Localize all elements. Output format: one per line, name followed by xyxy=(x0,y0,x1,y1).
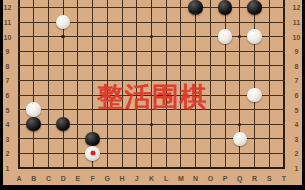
column-label: K xyxy=(149,175,154,182)
column-label: O xyxy=(208,175,213,182)
column-label: T xyxy=(282,175,286,182)
row-label-left: 12 xyxy=(4,4,12,11)
column-label: B xyxy=(31,175,36,182)
row-label-left: 6 xyxy=(6,92,10,99)
grid-line-horizontal xyxy=(18,153,285,154)
star-point xyxy=(238,35,241,38)
row-label-left: 11 xyxy=(4,19,11,26)
star-point xyxy=(61,35,64,38)
column-label: C xyxy=(46,175,51,182)
column-label: L xyxy=(164,175,168,182)
grid-line-vertical xyxy=(269,0,270,169)
grid-line-horizontal xyxy=(18,65,285,66)
video-frame: ABCDEFGHJKLMNOPQRST123456789101112123456… xyxy=(0,0,305,190)
row-label-left: 8 xyxy=(6,62,10,69)
stone-white xyxy=(56,15,71,30)
stone-black xyxy=(85,132,100,147)
column-label: H xyxy=(120,175,125,182)
grid-line-vertical xyxy=(283,0,285,169)
grid-line-vertical xyxy=(254,0,255,169)
column-label: Q xyxy=(237,175,242,182)
watermark-text: 整活围棋 xyxy=(97,79,207,115)
column-label: R xyxy=(252,175,257,182)
row-label-right: 4 xyxy=(295,121,299,128)
column-label: J xyxy=(135,175,139,182)
column-label: D xyxy=(61,175,66,182)
column-label: S xyxy=(267,175,272,182)
stone-black xyxy=(218,0,233,15)
row-label-left: 5 xyxy=(6,106,10,113)
row-label-left: 4 xyxy=(6,121,10,128)
grid-line-vertical xyxy=(33,0,34,169)
grid-line-horizontal xyxy=(18,7,285,8)
grid-line-vertical xyxy=(77,0,78,169)
stone-black xyxy=(56,117,71,132)
stone-white xyxy=(85,146,100,161)
grid-line-vertical xyxy=(225,0,226,169)
row-label-right: 3 xyxy=(295,135,299,142)
row-label-left: 1 xyxy=(6,165,10,172)
grid-line-horizontal xyxy=(18,51,285,52)
row-label-left: 2 xyxy=(6,150,10,157)
column-label: N xyxy=(193,175,198,182)
stone-white xyxy=(26,102,41,117)
row-label-right: 10 xyxy=(293,33,301,40)
stone-white xyxy=(218,29,233,44)
stone-white xyxy=(247,88,262,103)
row-label-left: 10 xyxy=(4,33,12,40)
row-label-left: 7 xyxy=(6,77,10,84)
last-move-marker xyxy=(90,151,95,156)
row-label-right: 2 xyxy=(295,150,299,157)
column-label: A xyxy=(16,175,21,182)
row-label-right: 1 xyxy=(295,165,299,172)
column-label: F xyxy=(90,175,94,182)
column-label: G xyxy=(105,175,110,182)
stone-black xyxy=(188,0,203,15)
star-point xyxy=(150,123,153,126)
stone-white xyxy=(247,29,262,44)
stone-white xyxy=(233,132,248,147)
row-label-left: 9 xyxy=(6,48,10,55)
star-point xyxy=(150,35,153,38)
stone-black xyxy=(26,117,41,132)
stone-black xyxy=(247,0,262,15)
row-label-right: 11 xyxy=(293,19,300,26)
column-label: M xyxy=(178,175,184,182)
grid-line-horizontal xyxy=(18,167,285,169)
grid-line-vertical xyxy=(210,0,211,169)
row-label-right: 9 xyxy=(295,48,299,55)
row-label-left: 3 xyxy=(6,135,10,142)
grid-line-vertical xyxy=(48,0,49,169)
row-label-right: 12 xyxy=(293,4,301,11)
column-label: P xyxy=(223,175,228,182)
row-label-right: 8 xyxy=(295,62,299,69)
row-label-right: 5 xyxy=(295,106,299,113)
row-label-right: 6 xyxy=(295,92,299,99)
row-label-right: 7 xyxy=(295,77,299,84)
column-label: E xyxy=(76,175,81,182)
grid-line-vertical xyxy=(18,0,20,169)
